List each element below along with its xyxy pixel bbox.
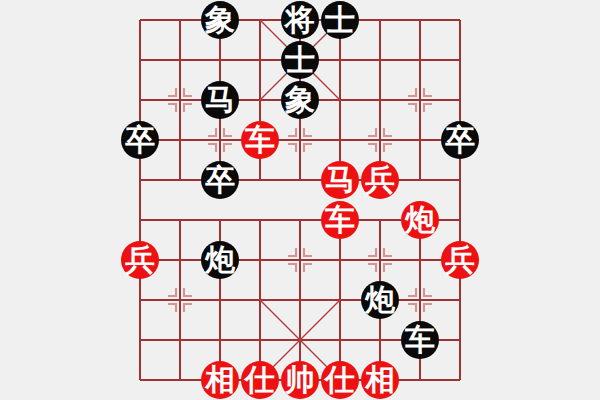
piece-black-general[interactable]: 将 bbox=[281, 1, 319, 39]
piece-black-advisor[interactable]: 士 bbox=[321, 1, 359, 39]
piece-black-soldier[interactable]: 卒 bbox=[441, 121, 479, 159]
piece-black-elephant[interactable]: 象 bbox=[201, 1, 239, 39]
piece-black-soldier[interactable]: 卒 bbox=[121, 121, 159, 159]
piece-black-cannon[interactable]: 炮 bbox=[201, 241, 239, 279]
piece-red-cannon[interactable]: 炮 bbox=[401, 201, 439, 239]
piece-red-elephant[interactable]: 相 bbox=[201, 361, 239, 399]
piece-red-soldier[interactable]: 兵 bbox=[121, 241, 159, 279]
xiangqi-app-window: 象将士士马象卒车卒卒马兵车炮兵炮兵炮车相仕帅仕相 bbox=[0, 0, 600, 400]
piece-black-advisor[interactable]: 士 bbox=[281, 41, 319, 79]
xiangqi-board[interactable]: 象将士士马象卒车卒卒马兵车炮兵炮兵炮车相仕帅仕相 bbox=[120, 0, 480, 400]
piece-red-chariot[interactable]: 车 bbox=[321, 201, 359, 239]
piece-red-general[interactable]: 帅 bbox=[281, 361, 319, 399]
piece-black-cannon[interactable]: 炮 bbox=[361, 281, 399, 319]
piece-red-elephant[interactable]: 相 bbox=[361, 361, 399, 399]
piece-red-soldier[interactable]: 兵 bbox=[441, 241, 479, 279]
piece-black-chariot[interactable]: 车 bbox=[401, 321, 439, 359]
piece-red-chariot[interactable]: 车 bbox=[241, 121, 279, 159]
piece-black-soldier[interactable]: 卒 bbox=[201, 161, 239, 199]
piece-red-advisor[interactable]: 仕 bbox=[241, 361, 279, 399]
piece-black-horse[interactable]: 马 bbox=[201, 81, 239, 119]
piece-red-soldier[interactable]: 兵 bbox=[361, 161, 399, 199]
piece-black-elephant[interactable]: 象 bbox=[281, 81, 319, 119]
piece-red-horse[interactable]: 马 bbox=[321, 161, 359, 199]
piece-red-advisor[interactable]: 仕 bbox=[321, 361, 359, 399]
